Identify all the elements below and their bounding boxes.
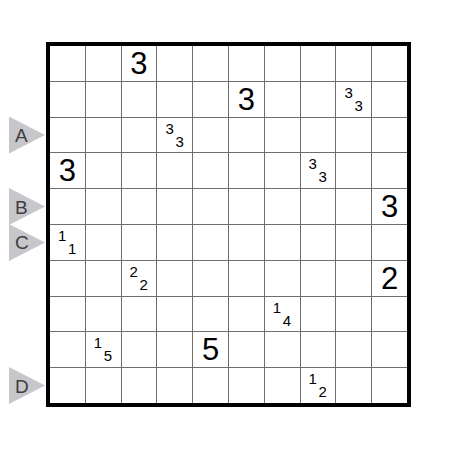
row-marker-d: D xyxy=(9,367,45,404)
cell-r9c5: 5 xyxy=(193,332,228,367)
cell-r4c4[interactable] xyxy=(157,153,192,188)
cell-r3c3[interactable] xyxy=(122,118,157,153)
cell-r10c2[interactable] xyxy=(86,368,121,403)
clue-value: 5 xyxy=(193,332,228,367)
clue-value: 2 xyxy=(130,264,138,279)
cell-r4c10[interactable] xyxy=(372,153,407,188)
cell-r4c9[interactable] xyxy=(336,153,371,188)
cell-r9c4[interactable] xyxy=(157,332,192,367)
tapa-puzzle-page: 3333333333112221415512 ABCD xyxy=(0,0,455,459)
cell-r7c3: 22 xyxy=(122,261,157,296)
clue-value: 3 xyxy=(165,121,173,136)
cell-r6c10[interactable] xyxy=(372,225,407,260)
cell-r3c4: 33 xyxy=(157,118,192,153)
clue-value: 1 xyxy=(58,228,66,243)
cell-r9c2: 15 xyxy=(86,332,121,367)
cell-r2c10[interactable] xyxy=(372,82,407,117)
cell-r9c3[interactable] xyxy=(122,332,157,367)
row-marker-label: B xyxy=(15,197,28,216)
clue-value: 1 xyxy=(273,300,281,315)
cell-r8c3[interactable] xyxy=(122,297,157,332)
cell-r3c2[interactable] xyxy=(86,118,121,153)
cell-r5c7[interactable] xyxy=(265,189,300,224)
clue-value: 3 xyxy=(309,156,317,171)
cell-r1c3: 3 xyxy=(122,46,157,81)
cell-r1c2[interactable] xyxy=(86,46,121,81)
cell-r10c9[interactable] xyxy=(336,368,371,403)
cell-r6c1: 11 xyxy=(50,225,85,260)
cell-r7c4[interactable] xyxy=(157,261,192,296)
cell-r5c9[interactable] xyxy=(336,189,371,224)
row-marker-b: B xyxy=(9,188,45,225)
row-marker-label: C xyxy=(15,233,29,252)
cell-r10c3[interactable] xyxy=(122,368,157,403)
cell-r2c4[interactable] xyxy=(157,82,192,117)
cell-r2c8[interactable] xyxy=(301,82,336,117)
cell-r3c9[interactable] xyxy=(336,118,371,153)
clue-value: 3 xyxy=(175,134,183,149)
cell-r8c7: 14 xyxy=(265,297,300,332)
cell-r10c1[interactable] xyxy=(50,368,85,403)
clue-value: 3 xyxy=(372,189,407,224)
cell-r8c1[interactable] xyxy=(50,297,85,332)
clue-value: 3 xyxy=(50,153,85,188)
clue-value: 1 xyxy=(68,241,76,256)
cell-r4c3[interactable] xyxy=(122,153,157,188)
clue-value: 3 xyxy=(344,85,352,100)
row-marker-label: D xyxy=(15,376,29,395)
cell-r5c10: 3 xyxy=(372,189,407,224)
cell-r2c5[interactable] xyxy=(193,82,228,117)
cell-r9c9[interactable] xyxy=(336,332,371,367)
clue-value: 3 xyxy=(229,82,264,117)
cell-r7c10: 2 xyxy=(372,261,407,296)
cell-r8c4[interactable] xyxy=(157,297,192,332)
cell-r6c7[interactable] xyxy=(265,225,300,260)
cell-r10c4[interactable] xyxy=(157,368,192,403)
cell-r2c2[interactable] xyxy=(86,82,121,117)
cell-r1c10[interactable] xyxy=(372,46,407,81)
clue-value: 3 xyxy=(354,98,362,113)
cell-r10c10[interactable] xyxy=(372,368,407,403)
row-marker-label: A xyxy=(15,126,28,145)
cell-r8c2[interactable] xyxy=(86,297,121,332)
cell-r2c1[interactable] xyxy=(50,82,85,117)
puzzle-grid: 3333333333112221415512 xyxy=(46,42,411,407)
clue-value: 4 xyxy=(283,313,291,328)
cell-r6c2[interactable] xyxy=(86,225,121,260)
clue-value: 5 xyxy=(104,348,112,363)
cell-r7c9[interactable] xyxy=(336,261,371,296)
cell-r2c3[interactable] xyxy=(122,82,157,117)
cell-r3c6[interactable] xyxy=(229,118,264,153)
cell-r1c9[interactable] xyxy=(336,46,371,81)
row-marker-c: C xyxy=(9,224,45,261)
cell-r4c7[interactable] xyxy=(265,153,300,188)
cell-r10c7[interactable] xyxy=(265,368,300,403)
cell-r9c1[interactable] xyxy=(50,332,85,367)
cell-r1c6[interactable] xyxy=(229,46,264,81)
cell-r7c6[interactable] xyxy=(229,261,264,296)
cell-r8c6[interactable] xyxy=(229,297,264,332)
cell-r1c8[interactable] xyxy=(301,46,336,81)
cell-r5c3[interactable] xyxy=(122,189,157,224)
cell-r1c7[interactable] xyxy=(265,46,300,81)
cell-r4c5[interactable] xyxy=(193,153,228,188)
cell-r6c4[interactable] xyxy=(157,225,192,260)
cell-r4c1: 3 xyxy=(50,153,85,188)
clue-value: 3 xyxy=(319,169,327,184)
cell-r5c5[interactable] xyxy=(193,189,228,224)
row-marker-a: A xyxy=(9,117,45,154)
cell-r8c5[interactable] xyxy=(193,297,228,332)
cell-r9c7[interactable] xyxy=(265,332,300,367)
cell-r5c1[interactable] xyxy=(50,189,85,224)
cell-r4c8: 33 xyxy=(301,153,336,188)
cell-r5c4[interactable] xyxy=(157,189,192,224)
cell-r3c7[interactable] xyxy=(265,118,300,153)
cell-r10c5[interactable] xyxy=(193,368,228,403)
cell-r3c10[interactable] xyxy=(372,118,407,153)
cell-r2c7[interactable] xyxy=(265,82,300,117)
cell-r9c8[interactable] xyxy=(301,332,336,367)
cell-r5c8[interactable] xyxy=(301,189,336,224)
cell-r9c10[interactable] xyxy=(372,332,407,367)
cell-r3c8[interactable] xyxy=(301,118,336,153)
cell-r7c1[interactable] xyxy=(50,261,85,296)
cell-r4c2[interactable] xyxy=(86,153,121,188)
cell-r7c2[interactable] xyxy=(86,261,121,296)
cell-r2c9: 33 xyxy=(336,82,371,117)
cell-r3c5[interactable] xyxy=(193,118,228,153)
cell-r4c6[interactable] xyxy=(229,153,264,188)
clue-value: 1 xyxy=(94,335,102,350)
cell-r2c6: 3 xyxy=(229,82,264,117)
cell-r7c8[interactable] xyxy=(301,261,336,296)
cell-r5c6[interactable] xyxy=(229,189,264,224)
cell-r6c8[interactable] xyxy=(301,225,336,260)
cell-r7c5[interactable] xyxy=(193,261,228,296)
cell-r1c4[interactable] xyxy=(157,46,192,81)
cell-r10c8: 12 xyxy=(301,368,336,403)
cell-r3c1[interactable] xyxy=(50,118,85,153)
clue-value: 3 xyxy=(122,46,157,81)
cell-r9c6[interactable] xyxy=(229,332,264,367)
cell-r8c10[interactable] xyxy=(372,297,407,332)
cell-r1c1[interactable] xyxy=(50,46,85,81)
cell-r10c6[interactable] xyxy=(229,368,264,403)
cell-r8c9[interactable] xyxy=(336,297,371,332)
cell-r6c6[interactable] xyxy=(229,225,264,260)
clue-value: 2 xyxy=(372,261,407,296)
cell-r6c5[interactable] xyxy=(193,225,228,260)
cell-r6c9[interactable] xyxy=(336,225,371,260)
cell-r1c5[interactable] xyxy=(193,46,228,81)
clue-value: 2 xyxy=(140,277,148,292)
cell-r8c8[interactable] xyxy=(301,297,336,332)
cell-r5c2[interactable] xyxy=(86,189,121,224)
cell-r6c3[interactable] xyxy=(122,225,157,260)
clue-value: 1 xyxy=(309,371,317,386)
clue-value: 2 xyxy=(319,384,327,399)
cell-r7c7[interactable] xyxy=(265,261,300,296)
